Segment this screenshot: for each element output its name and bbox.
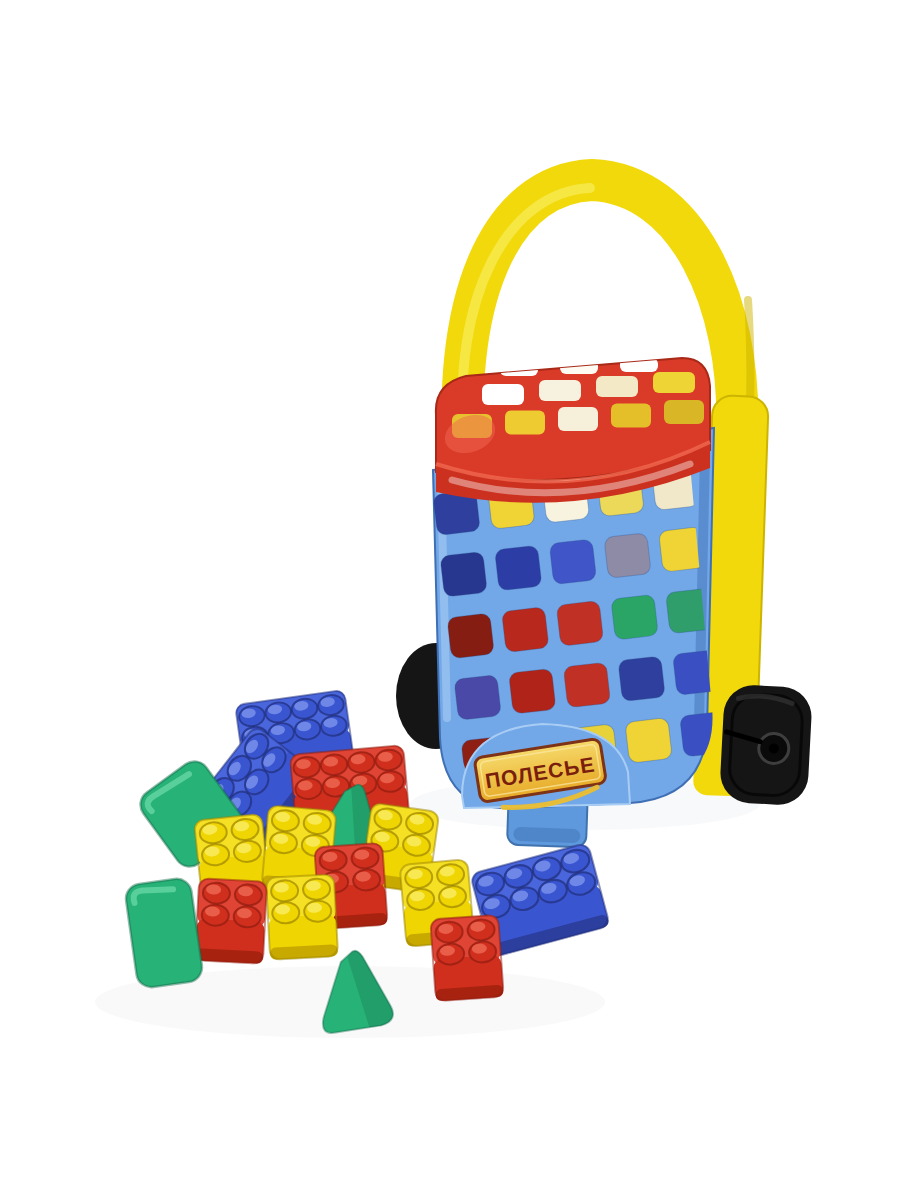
basket-hole <box>604 533 651 579</box>
lid-hole <box>539 380 581 401</box>
lid-hole <box>505 411 545 435</box>
lid-hole <box>653 372 695 393</box>
right-wheel <box>719 684 813 806</box>
lid-hole <box>596 376 638 397</box>
basket-hole <box>447 613 494 659</box>
basket-hole <box>440 551 487 597</box>
basket-hole <box>611 594 658 640</box>
block-yellow-brick2 <box>266 874 338 959</box>
basket-hole <box>509 668 556 714</box>
block-red-brick2 <box>195 878 267 963</box>
toy-trolley-scene: ПОЛЕСЬЕ <box>0 0 900 1200</box>
basket-hole <box>454 675 501 721</box>
basket-hole <box>618 656 665 702</box>
foot-shade <box>513 827 580 843</box>
basket-hole <box>563 662 610 708</box>
basket-hole <box>549 539 596 585</box>
product-photo: ПОЛЕСЬЕ <box>0 0 900 1200</box>
lid-hole <box>664 400 704 424</box>
basket-hole <box>556 601 603 647</box>
block-green-slab <box>124 877 204 989</box>
lid-hole <box>558 407 598 431</box>
lid-hole <box>482 384 524 405</box>
lid-hole <box>611 404 651 428</box>
lid-hole <box>500 362 538 376</box>
basket-hole <box>502 607 549 653</box>
block-red-brick2 <box>430 915 504 1002</box>
basket-hole <box>495 545 542 591</box>
trolley-lid <box>436 358 710 503</box>
basket-hole <box>625 718 672 764</box>
